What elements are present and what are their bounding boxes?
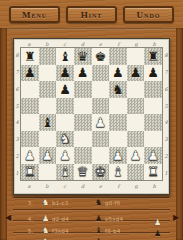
black-move-text: g8-f6 bbox=[105, 200, 145, 206]
file-label-h: h bbox=[145, 182, 163, 189]
white-pawn-piece: ♟ bbox=[112, 149, 124, 162]
square-b1[interactable] bbox=[39, 164, 57, 181]
square-a2[interactable]: ♟ bbox=[21, 147, 39, 164]
square-e1[interactable]: ♚ bbox=[92, 164, 110, 181]
square-g5[interactable] bbox=[127, 98, 145, 115]
square-b8[interactable] bbox=[39, 48, 57, 65]
square-d1[interactable]: ♛ bbox=[74, 164, 92, 181]
white-knight-icon: ♞ bbox=[39, 199, 52, 207]
file-label-h: h bbox=[145, 40, 163, 47]
white-bishop-piece: ♝ bbox=[59, 165, 71, 178]
square-h5[interactable] bbox=[144, 98, 162, 115]
white-knight-piece: ♞ bbox=[59, 132, 71, 145]
square-h7[interactable]: ♟ bbox=[144, 65, 162, 82]
file-label-f: f bbox=[109, 40, 127, 47]
file-label-a: a bbox=[20, 40, 38, 47]
black-pawn-piece: ♟ bbox=[112, 66, 124, 79]
white-pawn-piece: ♟ bbox=[130, 149, 142, 162]
move-number: 3. bbox=[13, 200, 39, 206]
square-b2[interactable]: ♟ bbox=[39, 147, 57, 164]
square-f6[interactable]: ♞ bbox=[109, 81, 127, 98]
square-f8[interactable] bbox=[109, 48, 127, 65]
square-h2[interactable]: ♟ bbox=[144, 147, 162, 164]
black-knight-piece: ♞ bbox=[112, 83, 124, 96]
square-e2[interactable] bbox=[92, 147, 110, 164]
black-knight-icon: ♞ bbox=[92, 199, 105, 207]
square-a3[interactable] bbox=[21, 131, 39, 148]
square-b3[interactable] bbox=[39, 131, 57, 148]
black-bishop-icon: ♝ bbox=[92, 227, 105, 235]
file-label-c: c bbox=[56, 40, 74, 47]
square-f5[interactable] bbox=[109, 98, 127, 115]
square-c3[interactable]: ♞ bbox=[56, 131, 74, 148]
square-e7[interactable] bbox=[92, 65, 110, 82]
white-move-text: b1-c3 bbox=[52, 200, 92, 206]
toolbar: Menu Hint Undo bbox=[9, 6, 174, 24]
square-e3[interactable] bbox=[92, 131, 110, 148]
board-squares: ♜♝♛♚♜♟♟♟♟♟♟♟♞♝♟♞♟♟♟♟♟♟♜♝♛♚♝♜ bbox=[20, 47, 163, 181]
move-list: 3.♞b1-c3♞g8-f64.♟d2-d4♟e5xd4♟5.♞f3xd4♝f8… bbox=[13, 197, 170, 240]
menu-button[interactable]: Menu bbox=[9, 6, 60, 23]
move-number: 5. bbox=[13, 228, 39, 234]
white-bishop-piece: ♝ bbox=[112, 165, 124, 178]
square-f7[interactable]: ♟ bbox=[109, 65, 127, 82]
square-d4[interactable] bbox=[74, 114, 92, 131]
square-d3[interactable] bbox=[74, 131, 92, 148]
black-rook-piece: ♜ bbox=[24, 50, 36, 63]
white-move-text: f3xd4 bbox=[52, 228, 92, 234]
rank-label-5: 5 bbox=[163, 97, 169, 114]
square-b7[interactable] bbox=[39, 65, 57, 82]
square-a6[interactable] bbox=[21, 81, 39, 98]
square-c5[interactable] bbox=[56, 98, 74, 115]
square-d6[interactable] bbox=[74, 81, 92, 98]
square-a4[interactable] bbox=[21, 114, 39, 131]
chess-board: abcdefgh abcdefgh 87654321 87654321 ♜♝♛♚… bbox=[13, 38, 170, 195]
file-label-a: a bbox=[20, 182, 38, 189]
file-label-d: d bbox=[74, 40, 92, 47]
square-a1[interactable]: ♜ bbox=[21, 164, 39, 181]
white-knight-icon: ♞ bbox=[39, 227, 52, 235]
square-c8[interactable]: ♝ bbox=[56, 48, 74, 65]
square-g8[interactable] bbox=[127, 48, 145, 65]
black-pawn-piece: ♟ bbox=[59, 66, 71, 79]
rank-label-2: 2 bbox=[163, 148, 169, 165]
black-bishop-piece: ♝ bbox=[42, 116, 54, 129]
move-row-4[interactable]: 4.♟d2-d4♟e5xd4♟ bbox=[13, 209, 170, 221]
file-label-f: f bbox=[109, 182, 127, 189]
chess-app: Menu Hint Undo abcdefgh abcdefgh 8765432… bbox=[0, 0, 183, 240]
square-e8[interactable]: ♚ bbox=[92, 48, 110, 65]
square-h3[interactable] bbox=[144, 131, 162, 148]
white-pawn-piece: ♟ bbox=[42, 149, 54, 162]
square-b5[interactable] bbox=[39, 98, 57, 115]
black-bishop-piece: ♝ bbox=[59, 50, 71, 63]
hint-button[interactable]: Hint bbox=[66, 6, 117, 23]
square-g1[interactable] bbox=[127, 164, 145, 181]
black-king-piece: ♚ bbox=[94, 50, 106, 63]
file-label-c: c bbox=[56, 182, 74, 189]
white-pawn-piece: ♟ bbox=[94, 116, 106, 129]
square-f3[interactable] bbox=[109, 131, 127, 148]
black-pawn-piece: ♟ bbox=[130, 66, 142, 79]
move-number: 4. bbox=[13, 216, 39, 222]
square-a7[interactable]: ♟ bbox=[21, 65, 39, 82]
rank-label-7: 7 bbox=[163, 64, 169, 81]
previous-moves-arrow-icon[interactable]: ◀ bbox=[3, 212, 13, 224]
square-f4[interactable] bbox=[109, 114, 127, 131]
captured-white-knight-icon: ♞ bbox=[145, 233, 170, 240]
black-rook-piece: ♜ bbox=[147, 50, 159, 63]
white-rook-piece: ♜ bbox=[147, 165, 159, 178]
file-label-e: e bbox=[92, 182, 110, 189]
black-move-text: f8-b4 bbox=[105, 228, 145, 234]
rank-label-6: 6 bbox=[163, 81, 169, 98]
undo-button[interactable]: Undo bbox=[123, 6, 174, 23]
square-c2[interactable]: ♟ bbox=[56, 147, 74, 164]
next-moves-arrow-icon[interactable]: ▶ bbox=[171, 212, 181, 224]
square-g7[interactable]: ♟ bbox=[127, 65, 145, 82]
square-h6[interactable] bbox=[144, 81, 162, 98]
black-pawn-piece: ♟ bbox=[59, 83, 71, 96]
rank-label-4: 4 bbox=[163, 114, 169, 131]
rank-labels-right: 87654321 bbox=[163, 47, 169, 181]
white-pawn-piece: ♟ bbox=[59, 149, 71, 162]
square-d7[interactable]: ♟ bbox=[74, 65, 92, 82]
black-pawn-piece: ♟ bbox=[77, 66, 89, 79]
square-d8[interactable]: ♛ bbox=[74, 48, 92, 65]
square-d5[interactable] bbox=[74, 98, 92, 115]
square-h8[interactable]: ♜ bbox=[144, 48, 162, 65]
file-label-e: e bbox=[92, 40, 110, 47]
black-queen-piece: ♛ bbox=[77, 50, 89, 63]
square-d2[interactable] bbox=[74, 147, 92, 164]
square-g3[interactable] bbox=[127, 131, 145, 148]
square-c7[interactable]: ♟ bbox=[56, 65, 74, 82]
rank-label-3: 3 bbox=[163, 131, 169, 148]
white-rook-piece: ♜ bbox=[24, 165, 36, 178]
white-king-piece: ♚ bbox=[94, 165, 106, 178]
white-move-text: d2-d4 bbox=[52, 216, 92, 222]
square-f2[interactable]: ♟ bbox=[109, 147, 127, 164]
square-e6[interactable] bbox=[92, 81, 110, 98]
white-pawn-piece: ♟ bbox=[24, 149, 36, 162]
move-row-3[interactable]: 3.♞b1-c3♞g8-f6 bbox=[13, 197, 170, 209]
square-h1[interactable]: ♜ bbox=[144, 164, 162, 181]
toolbar-divider bbox=[0, 28, 183, 30]
black-move-text: e5xd4 bbox=[105, 216, 145, 222]
square-c4[interactable] bbox=[56, 114, 74, 131]
rank-label-1: 1 bbox=[163, 164, 169, 181]
square-a8[interactable]: ♜ bbox=[21, 48, 39, 65]
right-wood-rail bbox=[176, 28, 183, 240]
black-pawn-icon: ♟ bbox=[92, 215, 105, 223]
file-labels-top: abcdefgh bbox=[20, 40, 163, 47]
black-pawn-piece: ♟ bbox=[24, 66, 36, 79]
file-label-g: g bbox=[127, 40, 145, 47]
square-a5[interactable] bbox=[21, 98, 39, 115]
square-h4[interactable] bbox=[144, 114, 162, 131]
file-label-d: d bbox=[74, 182, 92, 189]
square-c6[interactable]: ♟ bbox=[56, 81, 74, 98]
square-g4[interactable] bbox=[127, 114, 145, 131]
square-f1[interactable]: ♝ bbox=[109, 164, 127, 181]
rank-label-8: 8 bbox=[163, 47, 169, 64]
square-c1[interactable]: ♝ bbox=[56, 164, 74, 181]
file-labels-bottom: abcdefgh bbox=[20, 182, 163, 189]
square-b4[interactable]: ♝ bbox=[39, 114, 57, 131]
square-b6[interactable] bbox=[39, 81, 57, 98]
square-e4[interactable]: ♟ bbox=[92, 114, 110, 131]
white-pawn-icon: ♟ bbox=[39, 215, 52, 223]
square-g2[interactable]: ♟ bbox=[127, 147, 145, 164]
white-queen-piece: ♛ bbox=[77, 165, 89, 178]
square-g6[interactable] bbox=[127, 81, 145, 98]
file-label-b: b bbox=[38, 182, 56, 189]
black-pawn-piece: ♟ bbox=[147, 66, 159, 79]
file-label-b: b bbox=[38, 40, 56, 47]
square-e5[interactable] bbox=[92, 98, 110, 115]
white-pawn-piece: ♟ bbox=[147, 149, 159, 162]
file-label-g: g bbox=[127, 182, 145, 189]
left-wood-rail bbox=[0, 28, 7, 240]
